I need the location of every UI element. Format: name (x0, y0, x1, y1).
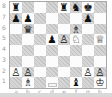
square-e5[interactable]: ♙ (58, 34, 70, 45)
black-bishop: ♝ (71, 77, 80, 87)
chess-diagram: ♜♜♞♚♟♟♟♛♗♟♙♘♕♙♙♙♙♗♝♔ 87654321 abcdefgh (0, 0, 112, 97)
square-a8[interactable]: ♜ (10, 2, 22, 13)
rank-label-4: 4 (0, 44, 8, 55)
square-a5[interactable] (10, 34, 22, 45)
square-h1[interactable]: ♔ (94, 77, 106, 88)
square-h7[interactable] (94, 13, 106, 24)
square-c5[interactable] (34, 34, 46, 45)
square-d8[interactable] (46, 2, 58, 13)
square-b7[interactable]: ♟ (22, 13, 34, 24)
square-c6[interactable] (34, 24, 46, 35)
black-rook: ♜ (59, 2, 68, 12)
square-e1[interactable] (58, 77, 70, 88)
square-b5[interactable] (22, 34, 34, 45)
black-queen: ♛ (23, 24, 32, 34)
square-e6[interactable] (58, 24, 70, 35)
square-b8[interactable] (22, 2, 34, 13)
square-f1[interactable]: ♝ (70, 77, 82, 88)
square-c7[interactable] (34, 13, 46, 24)
square-c1[interactable] (34, 77, 46, 88)
square-f4[interactable] (70, 45, 82, 56)
black-rook: ♜ (11, 2, 20, 12)
square-b3[interactable] (22, 56, 34, 67)
square-g1[interactable] (82, 77, 94, 88)
white-queen: ♕ (95, 34, 104, 44)
chess-board[interactable]: ♜♜♞♚♟♟♟♛♗♟♙♘♕♙♙♙♙♗♝♔ (9, 1, 107, 89)
square-g4[interactable] (82, 45, 94, 56)
square-g7[interactable]: ♟ (82, 13, 94, 24)
square-h2[interactable]: ♙ (94, 67, 106, 78)
black-pawn: ♟ (11, 13, 20, 23)
white-king: ♔ (95, 77, 104, 87)
square-e7[interactable] (58, 13, 70, 24)
white-pawn: ♙ (23, 67, 32, 77)
square-d5[interactable]: ♟ (46, 34, 58, 45)
square-c4[interactable] (34, 45, 46, 56)
square-e3[interactable] (58, 56, 70, 67)
square-f2[interactable] (70, 67, 82, 78)
square-d4[interactable] (46, 45, 58, 56)
square-g8[interactable]: ♚ (82, 2, 94, 13)
black-pawn: ♟ (23, 13, 32, 23)
square-d3[interactable] (46, 56, 58, 67)
square-a6[interactable] (10, 24, 22, 35)
rank-label-3: 3 (0, 55, 8, 66)
rank-label-6: 6 (0, 23, 8, 34)
square-d7[interactable] (46, 13, 58, 24)
square-e2[interactable] (58, 67, 70, 78)
white-pawn: ♙ (11, 67, 20, 77)
black-pawn: ♟ (47, 34, 56, 44)
square-d2[interactable] (46, 67, 58, 78)
square-a2[interactable]: ♙ (10, 67, 22, 78)
square-a3[interactable] (10, 56, 22, 67)
rank-label-1: 1 (0, 76, 8, 87)
square-f8[interactable]: ♞ (70, 2, 82, 13)
rank-label-8: 8 (0, 1, 8, 12)
square-c2[interactable] (34, 67, 46, 78)
black-knight: ♞ (71, 2, 80, 12)
square-g5[interactable] (82, 34, 94, 45)
square-f7[interactable] (70, 13, 82, 24)
square-a7[interactable]: ♟ (10, 13, 22, 24)
square-a4[interactable] (10, 45, 22, 56)
square-g2[interactable]: ♙ (82, 67, 94, 78)
white-pawn: ♙ (83, 67, 92, 77)
square-h4[interactable] (94, 45, 106, 56)
square-e8[interactable]: ♜ (58, 2, 70, 13)
black-king: ♚ (83, 2, 92, 12)
square-b6[interactable]: ♛ (22, 24, 34, 35)
bottom-strip (0, 93, 112, 97)
d1-ghost-artifact (48, 83, 57, 87)
square-b2[interactable]: ♙ (22, 67, 34, 78)
white-bishop: ♗ (23, 77, 32, 87)
square-c3[interactable] (34, 56, 46, 67)
white-knight: ♘ (71, 34, 80, 44)
square-g3[interactable] (82, 56, 94, 67)
square-h5[interactable]: ♕ (94, 34, 106, 45)
square-h6[interactable] (94, 24, 106, 35)
black-pawn: ♟ (83, 13, 92, 23)
square-h8[interactable] (94, 2, 106, 13)
square-b1[interactable]: ♗ (22, 77, 34, 88)
square-f3[interactable] (70, 56, 82, 67)
rank-label-5: 5 (0, 33, 8, 44)
rank-label-7: 7 (0, 12, 8, 23)
square-c8[interactable] (34, 2, 46, 13)
square-h3[interactable] (94, 56, 106, 67)
white-bishop: ♗ (71, 24, 80, 34)
white-pawn: ♙ (59, 34, 68, 44)
white-pawn: ♙ (95, 67, 104, 77)
rank-label-2: 2 (0, 66, 8, 77)
square-f5[interactable]: ♘ (70, 34, 82, 45)
square-g6[interactable] (82, 24, 94, 35)
square-e4[interactable] (58, 45, 70, 56)
square-d6[interactable] (46, 24, 58, 35)
square-a1[interactable] (10, 77, 22, 88)
square-f6[interactable]: ♗ (70, 24, 82, 35)
square-b4[interactable] (22, 45, 34, 56)
